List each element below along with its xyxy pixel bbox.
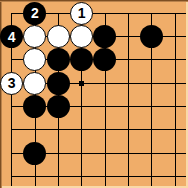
- white-stone: [23, 48, 46, 71]
- stone-number-label: 1: [78, 6, 86, 20]
- black-stone: [70, 48, 93, 71]
- white-stone: [70, 25, 93, 48]
- black-stone: [93, 48, 116, 71]
- stone-number-label: 4: [8, 30, 16, 44]
- star-point-marker: [79, 81, 84, 86]
- stones-layer: 2143: [0, 2, 187, 188]
- black-stone: [140, 25, 163, 48]
- white-stone: 1: [70, 2, 93, 25]
- white-stone: 3: [0, 72, 23, 95]
- black-stone: 4: [0, 25, 23, 48]
- white-stone: [23, 72, 46, 95]
- white-stone: [23, 25, 46, 48]
- black-stone: [23, 95, 46, 118]
- black-stone: [23, 142, 46, 165]
- black-stone: [47, 48, 70, 71]
- black-stone: [47, 72, 70, 95]
- white-stone: [47, 25, 70, 48]
- stone-number-label: 3: [8, 76, 16, 90]
- black-stone: [93, 25, 116, 48]
- stone-number-label: 2: [31, 6, 39, 20]
- go-board: 2143: [0, 0, 188, 188]
- black-stone: 2: [23, 2, 46, 25]
- black-stone: [47, 95, 70, 118]
